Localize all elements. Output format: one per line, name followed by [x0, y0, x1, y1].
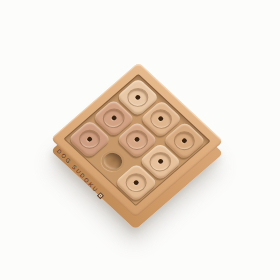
puzzle-field [63, 74, 210, 206]
puzzle-tray [51, 62, 224, 217]
treat-recess [97, 147, 129, 176]
photo-stage: DOG SUDOKU [0, 0, 280, 280]
